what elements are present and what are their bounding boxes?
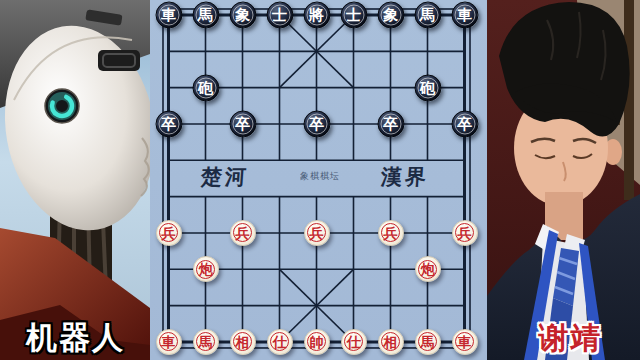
piece-bP[interactable]: 卒 [303,110,330,137]
piece-bN[interactable]: 馬 [414,2,441,29]
piece-glyph: 馬 [198,8,213,23]
piece-rB[interactable]: 相 [378,329,404,355]
piece-rN[interactable]: 馬 [193,329,219,355]
piece-bR[interactable]: 車 [451,2,478,29]
piece-rC[interactable]: 炮 [415,256,441,282]
piece-glyph: 兵 [384,226,398,240]
piece-glyph: 士 [272,8,287,23]
piece-bP[interactable]: 卒 [377,110,404,137]
piece-glyph: 象 [383,8,398,23]
piece-bA[interactable]: 士 [266,2,293,29]
piece-glyph: 車 [458,335,472,349]
piece-bB[interactable]: 象 [377,2,404,29]
piece-glyph: 車 [161,8,176,23]
piece-glyph: 相 [236,335,250,349]
piece-glyph: 仕 [273,335,287,349]
piece-glyph: 車 [162,335,176,349]
left-photo-robot [0,0,150,360]
piece-bP[interactable]: 卒 [229,110,256,137]
piece-glyph: 兵 [310,226,324,240]
piece-bA[interactable]: 士 [340,2,367,29]
left-player-label: 机器人 [3,317,148,359]
piece-bR[interactable]: 車 [155,2,182,29]
piece-bC[interactable]: 砲 [414,74,441,101]
piece-rP[interactable]: 兵 [304,220,330,246]
river-label-han-jie: 漢界 [359,163,451,191]
piece-bC[interactable]: 砲 [192,74,219,101]
piece-glyph: 卒 [383,116,398,131]
piece-rR[interactable]: 車 [452,329,478,355]
piece-bP[interactable]: 卒 [155,110,182,137]
piece-glyph: 馬 [421,335,435,349]
piece-glyph: 相 [384,335,398,349]
piece-rA[interactable]: 仕 [341,329,367,355]
piece-glyph: 砲 [420,80,435,95]
piece-glyph: 卒 [457,116,472,131]
piece-glyph: 兵 [236,226,250,240]
piece-glyph: 帥 [310,335,324,349]
player-illustration [487,0,640,360]
piece-glyph: 卒 [161,116,176,131]
piece-glyph: 炮 [199,262,213,276]
piece-glyph: 馬 [199,335,213,349]
piece-glyph: 車 [457,8,472,23]
piece-rC[interactable]: 炮 [193,256,219,282]
piece-rP[interactable]: 兵 [156,220,182,246]
piece-rP[interactable]: 兵 [452,220,478,246]
piece-bB[interactable]: 象 [229,2,256,29]
piece-glyph: 兵 [162,226,176,240]
piece-bK[interactable]: 將 [303,2,330,29]
piece-bP[interactable]: 卒 [451,110,478,137]
piece-glyph: 象 [235,8,250,23]
piece-glyph: 炮 [421,262,435,276]
piece-rA[interactable]: 仕 [267,329,293,355]
piece-glyph: 兵 [458,226,472,240]
board-watermark: 象棋棋坛 [280,170,360,183]
piece-rP[interactable]: 兵 [378,220,404,246]
piece-rB[interactable]: 相 [230,329,256,355]
piece-glyph: 卒 [235,116,250,131]
piece-glyph: 士 [346,8,361,23]
piece-glyph: 馬 [420,8,435,23]
piece-rN[interactable]: 馬 [415,329,441,355]
river-label-chu-he: 楚河 [179,163,271,191]
piece-glyph: 將 [309,8,324,23]
piece-rR[interactable]: 車 [156,329,182,355]
video-frame: 楚河 漢界 象棋棋坛 車馬象士將士象馬車砲砲卒卒卒卒卒兵兵兵兵兵炮炮車馬相仕帥仕… [0,0,640,360]
robot-illustration [0,0,150,360]
xiangqi-board[interactable]: 楚河 漢界 象棋棋坛 車馬象士將士象馬車砲砲卒卒卒卒卒兵兵兵兵兵炮炮車馬相仕帥仕… [150,0,487,360]
piece-rP[interactable]: 兵 [230,220,256,246]
piece-rK[interactable]: 帥 [304,329,330,355]
right-photo-player [487,0,640,360]
piece-glyph: 砲 [198,80,213,95]
piece-bN[interactable]: 馬 [192,2,219,29]
piece-glyph: 仕 [347,335,361,349]
piece-glyph: 卒 [309,116,324,131]
right-player-label: 谢靖 [508,318,633,359]
